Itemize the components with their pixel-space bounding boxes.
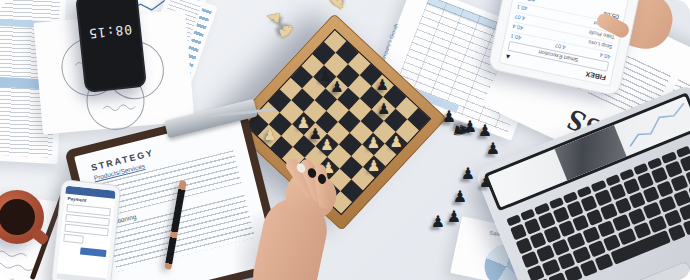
payment-app-screen: Payment: [56, 186, 116, 280]
white-smartphone: Payment: [51, 179, 122, 280]
tablet-time: 05:02: [518, 0, 535, 3]
captured-piece-black-pawn: ♟: [476, 122, 494, 140]
desk-photo: 08:15 Company's Growth BUSINESS ation of…: [0, 0, 690, 280]
keyboard-key: [668, 224, 687, 242]
captured-piece-black-pawn: ♟: [459, 165, 477, 183]
keyboard-key: [579, 260, 598, 278]
chess-piece-white-pawn: ♟: [385, 131, 408, 154]
captured-piece-black-pawn: ♟: [429, 213, 447, 231]
form-field-small: [63, 234, 84, 244]
tablet-value: 4.07: [555, 42, 567, 50]
captured-piece-black-knight: ♞: [453, 122, 471, 140]
captured-piece-black-pawn: ♟: [484, 140, 502, 158]
tablet-value: 40.1: [510, 33, 522, 41]
trading-app-screen: FIBEX ▴ Smart Execution 40.44.0740.1 Sto…: [499, 0, 632, 87]
captured-piece-black-pawn: ♟: [477, 173, 495, 191]
chess-piece-white-pawn: ♟: [316, 134, 339, 157]
captured-piece-white-knight: ♞: [278, 22, 296, 40]
chess-piece-white-pawn: ♟: [258, 124, 281, 147]
phone-clock: 08:15: [80, 21, 139, 42]
caret-icon: ▴: [505, 53, 510, 62]
coffee: [0, 199, 35, 235]
app-footer-bar: [56, 273, 106, 280]
captured-piece-black-pawn: ♟: [445, 208, 463, 226]
submit-button: [80, 248, 107, 258]
captured-piece-black-pawn: ♟: [451, 188, 469, 206]
keyboard-key: [595, 253, 614, 271]
chess-piece-black-pawn: ♟: [372, 97, 395, 120]
tablet-value: 40.4: [599, 52, 611, 60]
chess-piece-black-pawn: ♟: [371, 74, 394, 97]
highlight-row: [0, 76, 43, 89]
chess-piece-white-pawn: ♟: [362, 132, 385, 155]
captured-piece-white-knight: ♞: [328, 0, 346, 12]
tablet-brand: FIBEX: [585, 69, 607, 81]
chess-piece-white-pawn: ♟: [363, 155, 386, 178]
black-smartphone: 08:15: [75, 0, 147, 93]
